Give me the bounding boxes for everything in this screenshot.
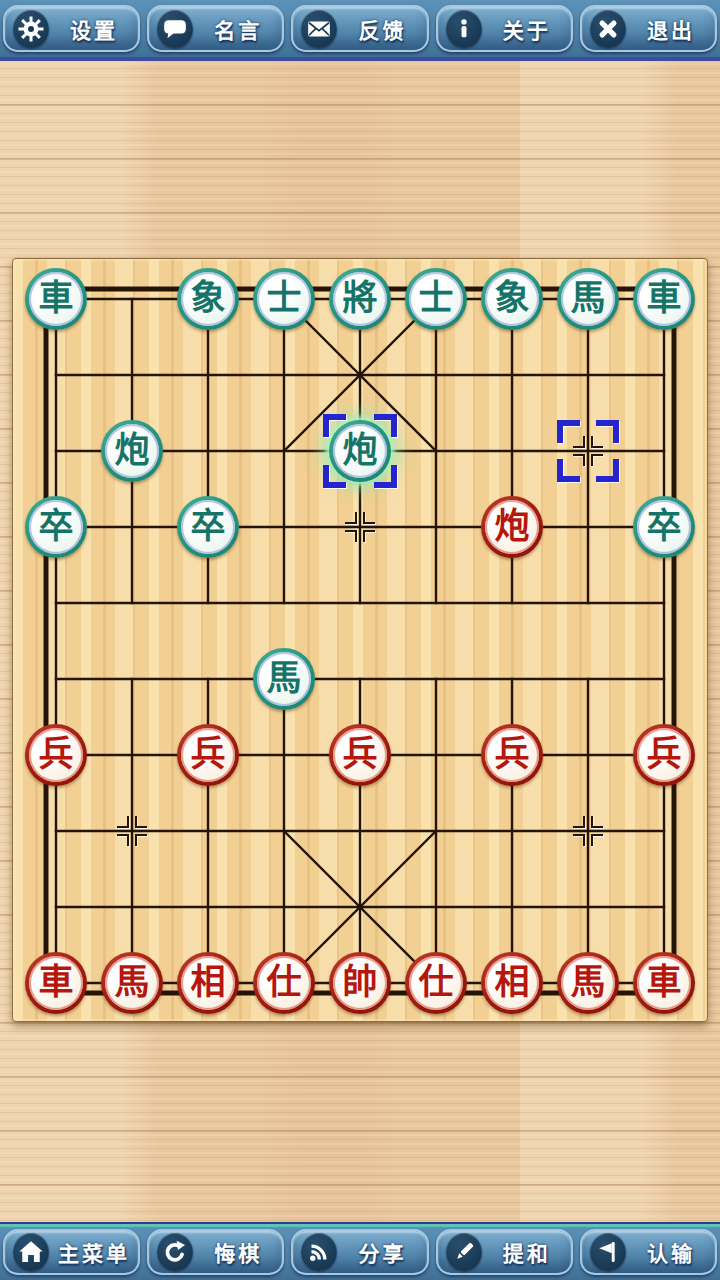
quotes-label: 名言	[202, 14, 274, 44]
undo-move-label: 悔棋	[202, 1237, 274, 1267]
corner-mark	[135, 834, 147, 846]
piece-character: 兵	[646, 737, 681, 772]
info-icon	[446, 10, 482, 48]
offer-draw-label: 提和	[491, 1237, 563, 1267]
piece-character: 卒	[190, 509, 225, 544]
piece-character: 士	[266, 281, 301, 316]
piece-character: 兵	[494, 737, 529, 772]
pencil-icon	[446, 1233, 482, 1271]
exit-button[interactable]: 退出	[580, 5, 717, 52]
piece-character: 兵	[342, 737, 377, 772]
bottom-toolbar: 主菜单 悔棋 分享 提和	[0, 1222, 720, 1280]
piece-character: 車	[646, 281, 681, 316]
corner-mark	[591, 436, 603, 448]
resign-label: 认输	[635, 1237, 707, 1267]
corner-mark	[573, 834, 585, 846]
piece-red-soldier[interactable]: 兵	[633, 724, 695, 786]
corner-mark	[117, 834, 129, 846]
piece-character: 炮	[494, 509, 529, 544]
piece-character: 炮	[342, 433, 377, 468]
chat-icon	[157, 10, 193, 48]
resign-button[interactable]: 认输	[580, 1229, 717, 1275]
mail-icon	[301, 10, 337, 48]
piece-black-soldier[interactable]: 卒	[177, 496, 239, 558]
piece-character: 仕	[418, 965, 453, 1000]
piece-character: 車	[646, 965, 681, 1000]
piece-red-general[interactable]: 帥	[329, 952, 391, 1014]
corner-mark	[591, 454, 603, 466]
piece-red-advisor[interactable]: 仕	[405, 952, 467, 1014]
corner-mark	[573, 454, 585, 466]
share-button[interactable]: 分享	[291, 1229, 428, 1275]
about-button[interactable]: 关于	[436, 5, 573, 52]
settings-label: 设置	[58, 14, 130, 44]
quotes-button[interactable]: 名言	[147, 5, 284, 52]
undo-move-button[interactable]: 悔棋	[147, 1229, 284, 1275]
corner-mark	[345, 512, 357, 524]
point-marker	[343, 510, 377, 544]
point-marker	[571, 434, 605, 468]
piece-character: 馬	[570, 965, 605, 1000]
piece-black-elephant[interactable]: 象	[481, 268, 543, 330]
piece-character: 馬	[266, 661, 301, 696]
piece-red-soldier[interactable]: 兵	[329, 724, 391, 786]
corner-mark	[363, 530, 375, 542]
piece-character: 仕	[266, 965, 301, 1000]
share-label: 分享	[346, 1237, 418, 1267]
piece-character: 兵	[190, 737, 225, 772]
piece-red-soldier[interactable]: 兵	[481, 724, 543, 786]
undo-icon	[157, 1233, 193, 1271]
corner-mark	[117, 816, 129, 828]
home-icon	[13, 1233, 49, 1271]
piece-black-soldier[interactable]: 卒	[25, 496, 87, 558]
piece-black-elephant[interactable]: 象	[177, 268, 239, 330]
piece-character: 馬	[114, 965, 149, 1000]
piece-red-horse[interactable]: 馬	[557, 952, 619, 1014]
piece-character: 象	[190, 281, 225, 316]
piece-red-elephant[interactable]: 相	[177, 952, 239, 1014]
piece-character: 兵	[38, 737, 73, 772]
piece-red-chariot[interactable]: 車	[633, 952, 695, 1014]
corner-mark	[363, 512, 375, 524]
piece-character: 卒	[646, 509, 681, 544]
close-icon	[590, 10, 626, 48]
piece-black-chariot[interactable]: 車	[25, 268, 87, 330]
piece-character: 帥	[342, 965, 377, 1000]
main-menu-label: 主菜单	[58, 1237, 130, 1267]
piece-character: 將	[342, 281, 377, 316]
piece-black-cannon[interactable]: 炮	[101, 420, 163, 482]
xiangqi-board[interactable]: 車象士將士象馬車炮炮卒卒炮卒馬兵兵兵兵兵車馬相仕帥仕相馬車	[12, 258, 708, 1022]
piece-red-chariot[interactable]: 車	[25, 952, 87, 1014]
last-move-highlight-layer	[13, 259, 707, 1021]
gear-icon	[13, 10, 49, 48]
piece-character: 卒	[38, 509, 73, 544]
piece-black-advisor[interactable]: 士	[405, 268, 467, 330]
xiangqi-game-screen: { "game": "xiangqi", "position": "r1baka…	[0, 0, 720, 1280]
top-toolbar: 设置 名言 反馈 关于	[0, 0, 720, 61]
piece-red-advisor[interactable]: 仕	[253, 952, 315, 1014]
piece-character: 馬	[570, 281, 605, 316]
settings-button[interactable]: 设置	[3, 5, 140, 52]
piece-character: 炮	[114, 433, 149, 468]
piece-character: 士	[418, 281, 453, 316]
flag-icon	[590, 1233, 626, 1271]
corner-mark	[135, 816, 147, 828]
about-label: 关于	[491, 14, 563, 44]
feedback-label: 反馈	[346, 14, 418, 44]
feedback-button[interactable]: 反馈	[291, 5, 428, 52]
point-marker	[115, 814, 149, 848]
corner-mark	[591, 816, 603, 828]
piece-red-horse[interactable]: 馬	[101, 952, 163, 1014]
piece-black-general[interactable]: 將	[329, 268, 391, 330]
corner-mark	[573, 816, 585, 828]
piece-red-soldier[interactable]: 兵	[177, 724, 239, 786]
piece-red-cannon[interactable]: 炮	[481, 496, 543, 558]
main-menu-button[interactable]: 主菜单	[3, 1229, 140, 1275]
corner-mark	[345, 530, 357, 542]
piece-red-elephant[interactable]: 相	[481, 952, 543, 1014]
point-marker	[571, 814, 605, 848]
corner-mark	[573, 436, 585, 448]
piece-black-chariot[interactable]: 車	[633, 268, 695, 330]
exit-label: 退出	[635, 14, 707, 44]
piece-character: 車	[38, 965, 73, 1000]
piece-black-advisor[interactable]: 士	[253, 268, 315, 330]
offer-draw-button[interactable]: 提和	[436, 1229, 573, 1275]
piece-character: 相	[190, 965, 225, 1000]
piece-black-horse[interactable]: 馬	[557, 268, 619, 330]
share-icon	[301, 1233, 337, 1271]
piece-red-soldier[interactable]: 兵	[25, 724, 87, 786]
piece-character: 車	[38, 281, 73, 316]
corner-mark	[591, 834, 603, 846]
piece-character: 相	[494, 965, 529, 1000]
piece-black-soldier[interactable]: 卒	[633, 496, 695, 558]
piece-black-cannon[interactable]: 炮	[329, 420, 391, 482]
piece-black-horse[interactable]: 馬	[253, 648, 315, 710]
piece-character: 象	[494, 281, 529, 316]
